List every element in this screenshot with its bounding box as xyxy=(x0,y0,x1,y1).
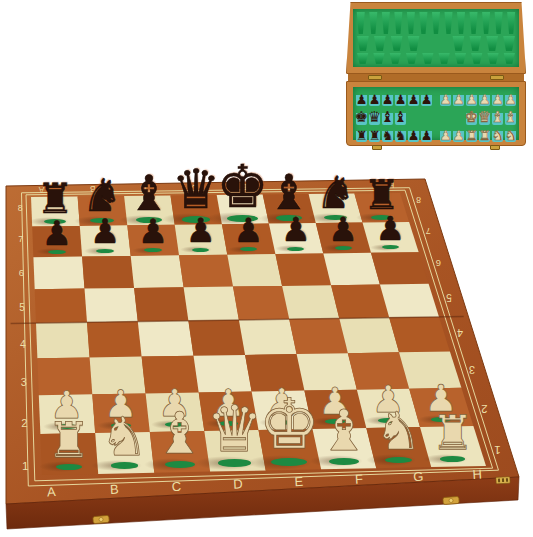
square-f6[interactable] xyxy=(275,253,331,286)
felt-slot xyxy=(381,12,391,34)
piece-white-knight-g1[interactable]: ♞ xyxy=(367,403,430,460)
felt-slot xyxy=(373,36,387,51)
stored-piece-light-pawn: ♟ xyxy=(453,89,464,106)
stored-piece-light-bishop: ♝ xyxy=(505,106,516,125)
lid-slot-row xyxy=(356,12,516,34)
stored-piece-dark-bishop: ♝ xyxy=(382,106,393,125)
felt-slot xyxy=(486,53,499,64)
box-tray-felt: ♟♟♟♟♟♟♟♟♟♟♟♟♚♛♝♝♚♛♝♝♜♜♞♞♟♟♟♟♜♜♞♞ xyxy=(353,87,519,140)
piece-black-pawn-c7[interactable]: ♟ xyxy=(133,214,173,251)
square-f4[interactable] xyxy=(289,318,348,354)
box-tray: ♟♟♟♟♟♟♟♟♟♟♟♟♚♛♝♝♚♛♝♝♜♜♞♞♟♟♟♟♜♜♞♞ xyxy=(346,81,526,146)
felt-slot xyxy=(407,36,421,51)
rank-label-left-3: 3 xyxy=(21,376,27,388)
felt-slot xyxy=(372,53,385,64)
square-g4[interactable] xyxy=(339,318,399,354)
square-h5[interactable] xyxy=(380,284,439,318)
rank-label-left-7: 7 xyxy=(18,234,23,244)
square-e4[interactable] xyxy=(239,319,297,355)
stored-piece-light-pawn: ♟ xyxy=(440,125,451,142)
felt-slot xyxy=(502,36,516,51)
square-b5[interactable] xyxy=(85,288,138,322)
stored-piece-dark-pawn: ♟ xyxy=(421,125,432,142)
stored-piece-dark-pawn: ♟ xyxy=(382,89,393,106)
stored-piece-light-bishop: ♝ xyxy=(492,106,503,125)
stored-piece-light-pawn: ♟ xyxy=(479,89,490,106)
stored-piece-light-queen: ♛ xyxy=(479,106,490,125)
storage-box: ♟♟♟♟♟♟♟♟♟♟♟♟♚♛♝♝♚♛♝♝♜♜♞♞♟♟♟♟♜♜♞♞ xyxy=(346,2,526,148)
rank-label-left-5: 5 xyxy=(19,302,25,313)
felt-slot xyxy=(421,53,434,64)
rank-label-left-1: 1 xyxy=(22,459,29,472)
stored-piece-light-king: ♚ xyxy=(466,106,477,125)
stored-piece-dark-pawn: ♟ xyxy=(408,89,419,106)
piece-black-pawn-d7[interactable]: ♟ xyxy=(181,213,221,250)
rank-label-right-1: 1 xyxy=(494,444,501,457)
stored-piece-dark-knight: ♞ xyxy=(395,125,406,142)
felt-slot xyxy=(389,53,402,64)
stored-piece-dark-pawn: ♟ xyxy=(356,89,367,106)
square-d4[interactable] xyxy=(188,320,245,356)
tray-group-right: ♟♟♟♟♟♟ xyxy=(440,89,516,106)
stored-piece-dark-bishop: ♝ xyxy=(395,106,406,125)
piece-black-pawn-b7[interactable]: ♟ xyxy=(85,214,125,251)
tray-group-right: ♚♛♝♝ xyxy=(466,106,516,125)
rank-label-right-4: 4 xyxy=(457,327,463,338)
stored-piece-light-pawn: ♟ xyxy=(440,89,451,106)
product-photo: AABBCCDDEEFFGGHH8877665544332211 ♜♞♝♛♚♝♞… xyxy=(0,0,533,537)
file-label-bottom-H: H xyxy=(472,466,482,481)
box-lid-felt xyxy=(353,9,519,67)
stored-piece-light-rook: ♜ xyxy=(479,125,490,142)
rank-label-left-6: 6 xyxy=(19,267,24,278)
file-label-bottom-D: D xyxy=(233,476,243,491)
square-a5[interactable] xyxy=(35,289,87,323)
stored-piece-dark-pawn: ♟ xyxy=(421,89,432,106)
brass-latch-icon xyxy=(443,496,459,504)
stored-piece-dark-pawn: ♟ xyxy=(369,89,380,106)
tray-group-right: ♟♟♜♜♞♞ xyxy=(440,125,516,142)
lid-slot-row xyxy=(356,53,516,64)
square-e5[interactable] xyxy=(233,286,289,320)
felt-slot xyxy=(369,12,379,34)
felt-slot xyxy=(494,12,504,34)
piece-black-pawn-g7[interactable]: ♟ xyxy=(323,212,363,248)
felt-slot xyxy=(485,36,499,51)
tray-group-left: ♟♟♟♟♟♟ xyxy=(356,89,432,106)
felt-slot xyxy=(406,12,416,34)
felt-slot xyxy=(431,12,441,34)
rank-label-left-2: 2 xyxy=(21,417,27,429)
tray-group-left: ♜♜♞♞♟♟ xyxy=(356,125,432,142)
stored-piece-dark-king: ♚ xyxy=(356,106,367,125)
stored-piece-light-knight: ♞ xyxy=(492,125,503,142)
square-a4[interactable] xyxy=(36,322,90,358)
felt-slot xyxy=(394,12,404,34)
stored-piece-dark-knight: ♞ xyxy=(382,125,393,142)
felt-slot xyxy=(356,53,369,64)
felt-slot xyxy=(437,53,450,64)
piece-black-pawn-a7[interactable]: ♟ xyxy=(37,215,77,252)
rank-label-right-7: 7 xyxy=(426,226,431,236)
stored-piece-dark-pawn: ♟ xyxy=(408,125,419,142)
file-label-bottom-B: B xyxy=(110,481,119,496)
stored-piece-light-knight: ♞ xyxy=(505,125,516,142)
square-d6[interactable] xyxy=(179,255,233,288)
stored-piece-dark-pawn: ♟ xyxy=(395,89,406,106)
square-h6[interactable] xyxy=(371,252,429,284)
square-f5[interactable] xyxy=(282,285,339,319)
stored-piece-light-pawn: ♟ xyxy=(492,89,503,106)
maker-mark xyxy=(496,477,510,484)
rank-label-right-3: 3 xyxy=(469,364,475,376)
stored-piece-light-rook: ♜ xyxy=(466,125,477,142)
tray-piece-row: ♚♛♝♝♚♛♝♝ xyxy=(356,106,516,125)
square-c6[interactable] xyxy=(131,255,184,288)
square-g6[interactable] xyxy=(323,253,380,285)
felt-slot xyxy=(390,36,404,51)
rank-label-right-8: 8 xyxy=(416,195,421,205)
square-c4[interactable] xyxy=(138,321,194,357)
felt-slot xyxy=(503,53,516,64)
hinge-icon xyxy=(368,75,382,80)
clasp-icon xyxy=(490,145,500,150)
lid-slot-row xyxy=(356,36,516,51)
felt-slot xyxy=(454,53,467,64)
piece-black-pawn-e7[interactable]: ♟ xyxy=(228,213,268,250)
felt-slot xyxy=(451,36,465,51)
piece-white-rook-a1[interactable]: ♜ xyxy=(40,414,99,468)
felt-slot xyxy=(419,12,429,34)
piece-black-pawn-h7[interactable]: ♟ xyxy=(371,211,411,247)
rank-label-right-5: 5 xyxy=(446,292,452,303)
hinge-icon xyxy=(490,75,504,80)
clasp-icon xyxy=(372,145,382,150)
file-label-bottom-E: E xyxy=(294,474,304,489)
square-e6[interactable] xyxy=(227,254,282,286)
rank-label-right-2: 2 xyxy=(481,403,487,415)
felt-slot xyxy=(356,12,366,34)
felt-slot xyxy=(506,12,516,34)
stored-piece-light-pawn: ♟ xyxy=(466,89,477,106)
box-lid xyxy=(346,2,526,74)
felt-slot xyxy=(481,12,491,34)
stored-piece-dark-queen: ♛ xyxy=(369,106,380,125)
felt-slot xyxy=(468,36,482,51)
piece-black-pawn-f7[interactable]: ♟ xyxy=(276,212,316,249)
felt-slot xyxy=(444,12,454,34)
stored-piece-light-pawn: ♟ xyxy=(453,125,464,142)
file-label-bottom-F: F xyxy=(355,471,364,486)
felt-slot xyxy=(469,12,479,34)
stored-piece-light-pawn: ♟ xyxy=(505,89,516,106)
square-a6[interactable] xyxy=(33,257,84,290)
file-label-bottom-A: A xyxy=(47,484,57,499)
file-label-bottom-C: C xyxy=(171,479,181,494)
brass-latch-icon xyxy=(93,515,110,523)
tray-piece-row: ♜♜♞♞♟♟♟♟♜♜♞♞ xyxy=(356,125,516,142)
piece-white-rook-h1[interactable]: ♜ xyxy=(424,407,481,459)
tray-group-left: ♚♛♝♝ xyxy=(356,106,406,125)
rank-label-right-6: 6 xyxy=(436,258,441,269)
square-d5[interactable] xyxy=(184,287,239,321)
box-hinge-bar xyxy=(348,74,524,81)
square-g5[interactable] xyxy=(331,285,389,319)
felt-slot xyxy=(456,12,466,34)
square-b4[interactable] xyxy=(87,321,142,357)
tray-piece-row: ♟♟♟♟♟♟♟♟♟♟♟♟ xyxy=(356,89,516,106)
square-c5[interactable] xyxy=(134,287,188,321)
felt-slot xyxy=(356,36,370,51)
file-label-bottom-G: G xyxy=(413,469,424,485)
square-b6[interactable] xyxy=(82,256,134,289)
stored-piece-dark-rook: ♜ xyxy=(356,125,367,142)
felt-slot xyxy=(470,53,483,64)
rank-label-left-8: 8 xyxy=(18,203,23,213)
stored-piece-dark-rook: ♜ xyxy=(369,125,380,142)
rank-label-left-4: 4 xyxy=(20,339,26,350)
felt-slot xyxy=(405,53,418,64)
